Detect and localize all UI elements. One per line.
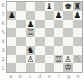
square-d2	[35, 55, 44, 64]
black-bishop-e8: ♝	[45, 2, 53, 10]
file-label-e: e	[45, 73, 55, 80]
square-c2: ♙	[26, 55, 35, 64]
square-f6	[54, 20, 63, 29]
white-king-g1: ♔	[64, 63, 72, 71]
white-pawn-c2: ♙	[27, 55, 35, 63]
square-f8	[54, 2, 63, 11]
square-d7	[35, 11, 44, 20]
square-d1	[35, 63, 44, 72]
black-rook-h8: ♜	[74, 2, 82, 10]
square-e6	[45, 20, 54, 29]
square-c7	[26, 11, 35, 20]
square-c6: ♟	[26, 20, 35, 29]
square-b1	[16, 63, 25, 72]
square-f1	[54, 63, 63, 72]
square-b6	[16, 20, 25, 29]
file-label-b: b	[16, 73, 26, 80]
square-b3	[16, 46, 25, 55]
file-label-f: f	[54, 73, 64, 80]
square-f4	[54, 37, 63, 46]
square-a7: ♟	[7, 11, 16, 20]
square-f7: ♟	[54, 11, 63, 20]
square-a5	[7, 28, 16, 37]
square-b4	[16, 37, 25, 46]
black-knight-c3: ♞	[27, 46, 35, 54]
black-king-g8: ♚	[64, 2, 72, 10]
square-g7	[63, 11, 72, 20]
square-b7	[16, 11, 25, 20]
square-d5	[35, 28, 44, 37]
square-f3	[54, 46, 63, 55]
square-g8: ♚	[63, 2, 72, 11]
square-a3	[7, 46, 16, 55]
square-e2	[45, 55, 54, 64]
square-d4	[35, 37, 44, 46]
square-g4	[63, 37, 72, 46]
white-rook-c5: ♖	[27, 28, 35, 36]
square-d8	[35, 2, 44, 11]
square-g6	[63, 20, 72, 29]
square-f5	[54, 28, 63, 37]
square-a4	[7, 37, 16, 46]
square-c4	[26, 37, 35, 46]
square-e8: ♝	[45, 2, 54, 11]
square-a2	[7, 55, 16, 64]
square-h7: ♟	[73, 11, 82, 20]
square-a6	[7, 20, 16, 29]
file-labels: abcdefgh	[6, 73, 83, 80]
square-h5	[73, 28, 82, 37]
square-d6	[35, 20, 44, 29]
square-h2: ♘	[73, 55, 82, 64]
square-e1	[45, 63, 54, 72]
chess-board: ♝♚♜♟♟♟♟♖♞♙♖♙♘♔	[6, 1, 83, 73]
square-e5	[45, 28, 54, 37]
black-pawn-c6: ♟	[27, 20, 35, 28]
square-b5	[16, 28, 25, 37]
square-c8	[26, 2, 35, 11]
white-rook-f2: ♖	[55, 55, 63, 63]
file-label-h: h	[73, 73, 83, 80]
file-label-g: g	[64, 73, 74, 80]
file-label-d: d	[35, 73, 45, 80]
square-e3	[45, 46, 54, 55]
square-b8	[16, 2, 25, 11]
square-b2	[16, 55, 25, 64]
black-pawn-f7: ♟	[55, 11, 63, 19]
square-h4	[73, 37, 82, 46]
square-c3: ♞	[26, 46, 35, 55]
square-h6	[73, 20, 82, 29]
square-e4	[45, 37, 54, 46]
square-f2: ♖	[54, 55, 63, 64]
square-g1: ♔	[63, 63, 72, 72]
square-h1	[73, 63, 82, 72]
file-label-a: a	[6, 73, 16, 80]
black-pawn-h7: ♟	[74, 11, 82, 19]
square-g5	[63, 28, 72, 37]
square-h3	[73, 46, 82, 55]
white-knight-h2: ♘	[74, 55, 82, 63]
square-g2: ♙	[63, 55, 72, 64]
square-h8: ♜	[73, 2, 82, 11]
file-label-c: c	[25, 73, 35, 80]
white-pawn-g2: ♙	[64, 55, 72, 63]
black-pawn-a7: ♟	[8, 11, 16, 19]
chess-diagram[interactable]: 87654321 ♝♚♜♟♟♟♟♖♞♙♖♙♘♔ abcdefgh	[0, 0, 84, 80]
square-g3	[63, 46, 72, 55]
square-c5: ♖	[26, 28, 35, 37]
square-e7	[45, 11, 54, 20]
square-d3	[35, 46, 44, 55]
square-c1	[26, 63, 35, 72]
square-a1	[7, 63, 16, 72]
square-a8	[7, 2, 16, 11]
